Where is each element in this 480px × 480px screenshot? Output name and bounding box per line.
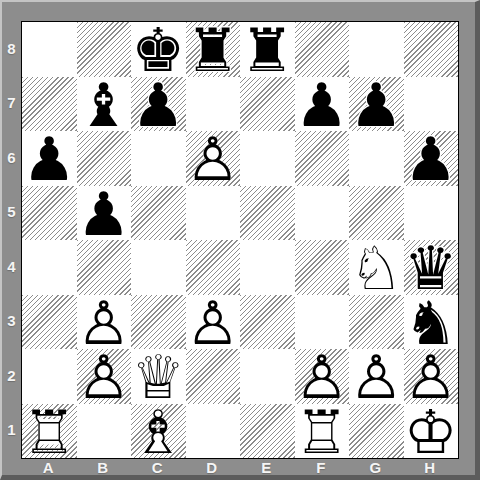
square-e7[interactable] <box>240 77 295 132</box>
piece-glyph: ♗ <box>131 405 186 460</box>
square-b5[interactable]: ♟ <box>77 186 132 241</box>
file-label-e: E <box>239 459 294 476</box>
file-label-c: C <box>130 459 185 476</box>
square-a7[interactable] <box>22 77 77 132</box>
piece-white-queen: ♛♕ <box>131 349 186 404</box>
piece-glyph: ♖ <box>22 405 77 460</box>
piece-glyph: ♙ <box>77 350 132 405</box>
square-g5[interactable] <box>349 186 404 241</box>
square-e5[interactable] <box>240 186 295 241</box>
square-d2[interactable] <box>186 349 241 404</box>
square-f6[interactable] <box>295 131 350 186</box>
piece-glyph: ♔ <box>404 405 459 460</box>
piece-glyph: ♖ <box>295 405 350 460</box>
square-h2[interactable]: ♟♙ <box>404 349 459 404</box>
piece-glyph: ♜ <box>240 23 295 78</box>
square-h5[interactable] <box>404 186 459 241</box>
square-a1[interactable]: ♜♖ <box>22 404 77 459</box>
piece-glyph: ♟ <box>349 78 404 133</box>
square-g6[interactable] <box>349 131 404 186</box>
piece-black-pawn: ♟ <box>22 131 77 186</box>
square-b4[interactable] <box>77 240 132 295</box>
file-label-a: A <box>21 459 76 476</box>
square-d4[interactable] <box>186 240 241 295</box>
piece-glyph: ♙ <box>349 350 404 405</box>
rank-label-1: 1 <box>2 403 21 458</box>
square-h1[interactable]: ♚♔ <box>404 404 459 459</box>
piece-black-pawn: ♟ <box>295 77 350 132</box>
square-a6[interactable]: ♟ <box>22 131 77 186</box>
square-b1[interactable] <box>77 404 132 459</box>
square-f8[interactable] <box>295 22 350 77</box>
piece-black-bishop: ♝ <box>77 77 132 132</box>
square-a4[interactable] <box>22 240 77 295</box>
piece-black-rook: ♜ <box>186 22 241 77</box>
piece-black-pawn: ♟ <box>131 77 186 132</box>
file-label-d: D <box>185 459 240 476</box>
square-b7[interactable]: ♝ <box>77 77 132 132</box>
piece-white-king: ♚♔ <box>404 404 459 459</box>
piece-glyph: ♟ <box>295 78 350 133</box>
square-c8[interactable]: ♚ <box>131 22 186 77</box>
square-c1[interactable]: ♝♗ <box>131 404 186 459</box>
rank-labels: 87654321 <box>2 21 21 457</box>
piece-white-pawn: ♟♙ <box>186 295 241 350</box>
square-c3[interactable] <box>131 295 186 350</box>
square-h6[interactable]: ♟ <box>404 131 459 186</box>
piece-glyph: ♟ <box>77 187 132 242</box>
piece-glyph: ♙ <box>186 132 241 187</box>
square-c6[interactable] <box>131 131 186 186</box>
square-e6[interactable] <box>240 131 295 186</box>
square-d7[interactable] <box>186 77 241 132</box>
square-d1[interactable] <box>186 404 241 459</box>
file-labels: ABCDEFGH <box>21 459 457 476</box>
piece-white-pawn: ♟♙ <box>404 349 459 404</box>
square-g3[interactable] <box>349 295 404 350</box>
square-h4[interactable]: ♛ <box>404 240 459 295</box>
file-label-h: H <box>403 459 458 476</box>
square-a3[interactable] <box>22 295 77 350</box>
square-f1[interactable]: ♜♖ <box>295 404 350 459</box>
square-f7[interactable]: ♟ <box>295 77 350 132</box>
piece-black-queen: ♛ <box>404 240 459 295</box>
square-b8[interactable] <box>77 22 132 77</box>
piece-white-bishop: ♝♗ <box>131 404 186 459</box>
square-c7[interactable]: ♟ <box>131 77 186 132</box>
square-b2[interactable]: ♟♙ <box>77 349 132 404</box>
rank-label-6: 6 <box>2 130 21 185</box>
square-f2[interactable]: ♟♙ <box>295 349 350 404</box>
square-g7[interactable]: ♟ <box>349 77 404 132</box>
square-c4[interactable] <box>131 240 186 295</box>
piece-black-rook: ♜ <box>240 22 295 77</box>
square-e3[interactable] <box>240 295 295 350</box>
square-a8[interactable] <box>22 22 77 77</box>
piece-black-knight: ♞ <box>404 295 459 350</box>
square-d3[interactable]: ♟♙ <box>186 295 241 350</box>
square-d6[interactable]: ♟♙ <box>186 131 241 186</box>
square-g8[interactable] <box>349 22 404 77</box>
square-f3[interactable] <box>295 295 350 350</box>
square-h8[interactable] <box>404 22 459 77</box>
piece-white-rook: ♜♖ <box>295 404 350 459</box>
piece-glyph: ♟ <box>404 132 459 187</box>
piece-white-rook: ♜♖ <box>22 404 77 459</box>
square-e2[interactable] <box>240 349 295 404</box>
square-e8[interactable]: ♜ <box>240 22 295 77</box>
square-c5[interactable] <box>131 186 186 241</box>
rank-label-2: 2 <box>2 348 21 403</box>
square-c2[interactable]: ♛♕ <box>131 349 186 404</box>
square-a5[interactable] <box>22 186 77 241</box>
piece-black-pawn: ♟ <box>77 186 132 241</box>
square-b3[interactable]: ♟♙ <box>77 295 132 350</box>
piece-black-pawn: ♟ <box>349 77 404 132</box>
rank-label-3: 3 <box>2 294 21 349</box>
square-e4[interactable] <box>240 240 295 295</box>
square-d8[interactable]: ♜ <box>186 22 241 77</box>
piece-white-pawn: ♟♙ <box>349 349 404 404</box>
file-label-g: G <box>348 459 403 476</box>
board-frame: 87654321 ♚♜♜♝♟♟♟♟♟♙♟♟♞♘♛♟♙♟♙♞♟♙♛♕♟♙♟♙♟♙♜… <box>0 0 480 480</box>
piece-white-knight: ♞♘ <box>349 240 404 295</box>
file-label-b: B <box>76 459 131 476</box>
piece-glyph: ♟ <box>22 132 77 187</box>
square-h3[interactable]: ♞ <box>404 295 459 350</box>
file-label-f: F <box>294 459 349 476</box>
piece-white-pawn: ♟♙ <box>186 131 241 186</box>
square-g4[interactable]: ♞♘ <box>349 240 404 295</box>
piece-white-pawn: ♟♙ <box>77 349 132 404</box>
square-f4[interactable] <box>295 240 350 295</box>
piece-black-pawn: ♟ <box>404 131 459 186</box>
rank-label-5: 5 <box>2 185 21 240</box>
square-d5[interactable] <box>186 186 241 241</box>
piece-glyph: ♙ <box>186 296 241 351</box>
chessboard: ♚♜♜♝♟♟♟♟♟♙♟♟♞♘♛♟♙♟♙♞♟♙♛♕♟♙♟♙♟♙♜♖♝♗♜♖♚♔ <box>21 21 459 459</box>
piece-glyph: ♟ <box>131 78 186 133</box>
square-b6[interactable] <box>77 131 132 186</box>
square-g2[interactable]: ♟♙ <box>349 349 404 404</box>
square-a2[interactable] <box>22 349 77 404</box>
rank-label-7: 7 <box>2 76 21 131</box>
piece-white-pawn: ♟♙ <box>77 295 132 350</box>
piece-glyph: ♝ <box>77 78 132 133</box>
square-e1[interactable] <box>240 404 295 459</box>
piece-glyph: ♜ <box>186 23 241 78</box>
square-f5[interactable] <box>295 186 350 241</box>
square-h7[interactable] <box>404 77 459 132</box>
rank-label-4: 4 <box>2 239 21 294</box>
square-g1[interactable] <box>349 404 404 459</box>
rank-label-8: 8 <box>2 21 21 76</box>
piece-black-king: ♚ <box>131 22 186 77</box>
piece-glyph: ♘ <box>349 241 404 296</box>
piece-white-pawn: ♟♙ <box>295 349 350 404</box>
